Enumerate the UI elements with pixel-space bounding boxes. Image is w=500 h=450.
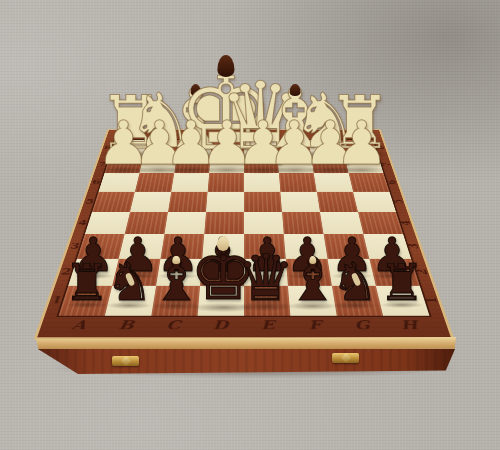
contrast-tip-icon [173, 256, 181, 265]
contrast-tip-icon [309, 256, 317, 265]
contrast-tip-icon [217, 236, 229, 251]
pieces-layer: ♜♞♝♚♛♝♞♜♟♟♟♟♟♟♟♟♟♟♟♟♟♟♟♟♜♞♝♚♛♝♞♜ [0, 0, 500, 450]
white-pawn-h7: ♟ [328, 113, 395, 174]
photo-scene: 8877665544332211ABCDEFGH ♜♞♝♚♛♝♞♜♟♟♟♟♟♟♟… [0, 0, 500, 450]
rook-icon: ♜ [374, 257, 430, 308]
dark-rook-h1: ♜ [374, 257, 430, 308]
pawn-icon: ♟ [328, 113, 395, 174]
